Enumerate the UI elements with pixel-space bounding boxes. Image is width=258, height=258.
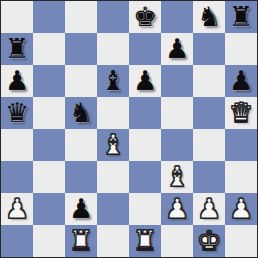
square-g3[interactable] [193, 161, 225, 193]
square-g4[interactable] [193, 129, 225, 161]
square-b5[interactable] [33, 97, 65, 129]
square-c3[interactable] [65, 161, 97, 193]
square-f1[interactable] [161, 225, 193, 257]
square-b6[interactable] [33, 65, 65, 97]
white-rook[interactable]: ♜ [129, 225, 161, 257]
black-pawn[interactable]: ♟ [65, 193, 97, 225]
square-b7[interactable] [33, 33, 65, 65]
black-bishop[interactable]: ♝ [97, 65, 129, 97]
square-c5[interactable]: ♞ [65, 97, 97, 129]
white-pawn[interactable]: ♟ [225, 193, 257, 225]
square-a5[interactable]: ♛ [1, 97, 33, 129]
square-a3[interactable] [1, 161, 33, 193]
chess-app-window: ♚♞♜♜♟♟♝♟♟♛♞♛♝♝♟♟♟♟♟♜♜♚ [0, 0, 258, 258]
square-h7[interactable] [225, 33, 257, 65]
white-pawn[interactable]: ♟ [193, 193, 225, 225]
square-b2[interactable] [33, 193, 65, 225]
white-queen[interactable]: ♛ [225, 97, 257, 129]
square-d5[interactable] [97, 97, 129, 129]
square-g2[interactable]: ♟ [193, 193, 225, 225]
black-pawn[interactable]: ♟ [161, 33, 193, 65]
square-h8[interactable]: ♜ [225, 1, 257, 33]
square-d8[interactable] [97, 1, 129, 33]
square-d7[interactable] [97, 33, 129, 65]
square-f5[interactable] [161, 97, 193, 129]
white-rook[interactable]: ♜ [65, 225, 97, 257]
square-f7[interactable]: ♟ [161, 33, 193, 65]
square-h6[interactable]: ♟ [225, 65, 257, 97]
square-g7[interactable] [193, 33, 225, 65]
square-h3[interactable] [225, 161, 257, 193]
black-queen[interactable]: ♛ [1, 97, 33, 129]
square-f4[interactable] [161, 129, 193, 161]
black-rook[interactable]: ♜ [1, 33, 33, 65]
square-b4[interactable] [33, 129, 65, 161]
square-a7[interactable]: ♜ [1, 33, 33, 65]
square-g5[interactable] [193, 97, 225, 129]
white-king[interactable]: ♚ [193, 225, 225, 257]
square-b3[interactable] [33, 161, 65, 193]
square-f2[interactable]: ♟ [161, 193, 193, 225]
square-e8[interactable]: ♚ [129, 1, 161, 33]
black-rook[interactable]: ♜ [225, 1, 257, 33]
square-e5[interactable] [129, 97, 161, 129]
chess-board: ♚♞♜♜♟♟♝♟♟♛♞♛♝♝♟♟♟♟♟♜♜♚ [0, 0, 258, 258]
square-d2[interactable] [97, 193, 129, 225]
black-knight[interactable]: ♞ [193, 1, 225, 33]
square-a2[interactable]: ♟ [1, 193, 33, 225]
square-c1[interactable]: ♜ [65, 225, 97, 257]
square-g8[interactable]: ♞ [193, 1, 225, 33]
black-pawn[interactable]: ♟ [225, 65, 257, 97]
square-g6[interactable] [193, 65, 225, 97]
square-g1[interactable]: ♚ [193, 225, 225, 257]
square-a4[interactable] [1, 129, 33, 161]
square-d3[interactable] [97, 161, 129, 193]
square-h1[interactable] [225, 225, 257, 257]
square-c2[interactable]: ♟ [65, 193, 97, 225]
square-b1[interactable] [33, 225, 65, 257]
square-c6[interactable] [65, 65, 97, 97]
white-pawn[interactable]: ♟ [1, 193, 33, 225]
square-e7[interactable] [129, 33, 161, 65]
square-a8[interactable] [1, 1, 33, 33]
square-a1[interactable] [1, 225, 33, 257]
square-c8[interactable] [65, 1, 97, 33]
white-bishop[interactable]: ♝ [97, 129, 129, 161]
square-d1[interactable] [97, 225, 129, 257]
square-h2[interactable]: ♟ [225, 193, 257, 225]
square-e1[interactable]: ♜ [129, 225, 161, 257]
square-e2[interactable] [129, 193, 161, 225]
black-pawn[interactable]: ♟ [129, 65, 161, 97]
square-f3[interactable]: ♝ [161, 161, 193, 193]
square-e3[interactable] [129, 161, 161, 193]
black-pawn[interactable]: ♟ [1, 65, 33, 97]
square-f6[interactable] [161, 65, 193, 97]
square-f8[interactable] [161, 1, 193, 33]
square-e4[interactable] [129, 129, 161, 161]
black-king[interactable]: ♚ [129, 1, 161, 33]
square-d6[interactable]: ♝ [97, 65, 129, 97]
white-bishop[interactable]: ♝ [161, 161, 193, 193]
square-e6[interactable]: ♟ [129, 65, 161, 97]
square-d4[interactable]: ♝ [97, 129, 129, 161]
square-h5[interactable]: ♛ [225, 97, 257, 129]
square-h4[interactable] [225, 129, 257, 161]
black-knight[interactable]: ♞ [65, 97, 97, 129]
square-b8[interactable] [33, 1, 65, 33]
square-a6[interactable]: ♟ [1, 65, 33, 97]
square-c7[interactable] [65, 33, 97, 65]
white-pawn[interactable]: ♟ [161, 193, 193, 225]
square-c4[interactable] [65, 129, 97, 161]
